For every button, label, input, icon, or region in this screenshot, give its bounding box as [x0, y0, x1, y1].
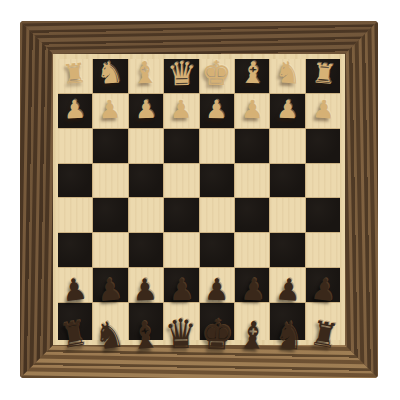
light-pawn: ♟	[98, 97, 121, 123]
light-knight: ♞	[96, 57, 125, 89]
square-h4	[306, 164, 340, 198]
square-f2: ♟	[235, 94, 269, 128]
square-c3	[129, 129, 163, 163]
square-e5	[200, 198, 234, 232]
dark-knight: ♞	[92, 315, 126, 356]
square-d5	[164, 198, 198, 232]
square-g6	[270, 233, 304, 267]
square-g5	[270, 198, 304, 232]
dark-knight: ♞	[272, 315, 306, 356]
square-d6	[164, 233, 198, 267]
dark-pawn: ♟	[204, 275, 230, 305]
light-rook: ♜	[310, 58, 337, 87]
square-d7: ♟	[164, 268, 198, 302]
light-rook: ♜	[61, 58, 88, 87]
square-c5	[129, 198, 163, 232]
light-pawn: ♟	[241, 97, 264, 123]
board-frame-left	[20, 21, 53, 378]
light-knight: ♞	[274, 57, 303, 89]
dark-pawn: ♟	[274, 274, 302, 306]
dark-pawn: ♟	[310, 274, 339, 307]
square-c1: ♝	[129, 59, 163, 93]
square-g8: ♞	[270, 303, 304, 340]
light-pawn: ♟	[311, 97, 335, 123]
board-frame-top	[20, 21, 378, 54]
light-pawn: ♟	[134, 97, 157, 123]
square-f5	[235, 198, 269, 232]
square-c6	[129, 233, 163, 267]
square-d8: ♛	[164, 303, 198, 340]
square-a5	[58, 198, 92, 232]
square-g4	[270, 164, 304, 198]
square-e4	[200, 164, 234, 198]
square-b6	[93, 233, 127, 267]
square-h1: ♜	[306, 59, 340, 93]
square-a1: ♜	[58, 59, 92, 93]
square-b4	[93, 164, 127, 198]
square-a3	[58, 129, 92, 163]
square-h7: ♟	[306, 268, 340, 302]
square-a4	[58, 164, 92, 198]
board-playing-surface: ♜♞♝♛♚♝♞♜♟♟♟♟♟♟♟♟♟♟♟♟♟♟♟♟♜♞♝♛♚♝♞♜	[53, 54, 345, 345]
square-h8: ♜	[306, 303, 340, 340]
square-c7: ♟	[129, 268, 163, 302]
dark-pawn: ♟	[168, 275, 194, 305]
light-bishop: ♝	[132, 57, 160, 88]
light-pawn: ♟	[63, 97, 87, 123]
square-b2: ♟	[93, 94, 127, 128]
chess-board: ♜♞♝♛♚♝♞♜♟♟♟♟♟♟♟♟♟♟♟♟♟♟♟♟♜♞♝♛♚♝♞♜	[20, 21, 378, 378]
photo-background: ♜♞♝♛♚♝♞♜♟♟♟♟♟♟♟♟♟♟♟♟♟♟♟♟♜♞♝♛♚♝♞♜	[0, 0, 400, 400]
dark-rook: ♜	[57, 316, 90, 354]
square-b7: ♟	[93, 268, 127, 302]
square-d3	[164, 129, 198, 163]
square-c8: ♝	[129, 303, 163, 340]
square-f4	[235, 164, 269, 198]
square-f8: ♝	[235, 303, 269, 340]
square-g3	[270, 129, 304, 163]
dark-queen: ♛	[164, 314, 197, 356]
square-f6	[235, 233, 269, 267]
square-h3	[306, 129, 340, 163]
square-h5	[306, 198, 340, 232]
dark-pawn: ♟	[96, 274, 124, 306]
dark-pawn: ♟	[60, 274, 89, 307]
square-g1: ♞	[270, 59, 304, 93]
square-h2: ♟	[306, 94, 340, 128]
square-f7: ♟	[235, 268, 269, 302]
square-e2: ♟	[200, 94, 234, 128]
square-d1: ♛	[164, 59, 198, 93]
square-b5	[93, 198, 127, 232]
square-h6	[306, 233, 340, 267]
dark-bishop: ♝	[237, 315, 269, 354]
square-e8: ♚	[200, 303, 234, 340]
square-e1: ♚	[200, 59, 234, 93]
square-g2: ♟	[270, 94, 304, 128]
square-c2: ♟	[129, 94, 163, 128]
square-a6	[58, 233, 92, 267]
light-bishop: ♝	[238, 57, 266, 88]
square-g7: ♟	[270, 268, 304, 302]
light-pawn: ♟	[205, 97, 228, 122]
square-c4	[129, 164, 163, 198]
dark-pawn: ♟	[239, 275, 266, 306]
light-queen: ♛	[166, 56, 196, 89]
dark-pawn: ♟	[132, 275, 159, 306]
square-a7: ♟	[58, 268, 92, 302]
square-e7: ♟	[200, 268, 234, 302]
square-a2: ♟	[58, 94, 92, 128]
square-f3	[235, 129, 269, 163]
board-grid: ♜♞♝♛♚♝♞♜♟♟♟♟♟♟♟♟♟♟♟♟♟♟♟♟♜♞♝♛♚♝♞♜	[58, 59, 340, 340]
square-b3	[93, 129, 127, 163]
square-b1: ♞	[93, 59, 127, 93]
light-king: ♚	[201, 56, 232, 90]
dark-bishop: ♝	[129, 315, 161, 354]
square-d2: ♟	[164, 94, 198, 128]
square-d4	[164, 164, 198, 198]
light-pawn: ♟	[276, 97, 299, 123]
dark-king: ♚	[200, 314, 234, 357]
square-e6	[200, 233, 234, 267]
square-f1: ♝	[235, 59, 269, 93]
square-e3	[200, 129, 234, 163]
light-pawn: ♟	[170, 97, 193, 122]
board-frame-right	[345, 21, 378, 378]
